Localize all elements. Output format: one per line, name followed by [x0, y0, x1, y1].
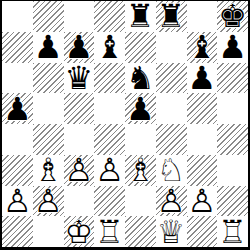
square-h6[interactable]: [217, 63, 248, 94]
square-c5[interactable]: [64, 93, 95, 124]
black-king-piece: ♚: [217, 1, 248, 32]
square-e1[interactable]: [125, 216, 156, 247]
square-b1[interactable]: [33, 216, 64, 247]
chess-board: ♜♜♚♟♟♝♝♟♛♞♟♟♟♝♗♟♙♟♙♝♗♞♘♟♙♟♙♟♙♟♙♚♔♜♖♛♕♜♖: [0, 0, 250, 250]
square-c8[interactable]: [64, 1, 95, 32]
square-d3[interactable]: ♟♙: [94, 155, 125, 186]
black-pawn-piece: ♟: [217, 32, 248, 63]
black-pawn-piece: ♟: [125, 93, 156, 124]
square-b4[interactable]: [33, 124, 64, 155]
square-b7[interactable]: ♟: [33, 32, 64, 63]
square-h3[interactable]: [217, 155, 248, 186]
square-f1[interactable]: ♛♕: [156, 216, 187, 247]
white-knight-piece: ♞♘: [156, 155, 187, 186]
square-e8[interactable]: ♜: [125, 1, 156, 32]
square-a3[interactable]: [2, 155, 33, 186]
square-e3[interactable]: ♝♗: [125, 155, 156, 186]
square-f7[interactable]: [156, 32, 187, 63]
square-b8[interactable]: [33, 1, 64, 32]
square-h8[interactable]: ♚: [217, 1, 248, 32]
square-c1[interactable]: ♚♔: [64, 216, 95, 247]
square-h5[interactable]: [217, 93, 248, 124]
square-c4[interactable]: [64, 124, 95, 155]
square-g1[interactable]: [187, 216, 218, 247]
square-b5[interactable]: [33, 93, 64, 124]
square-f4[interactable]: [156, 124, 187, 155]
square-h4[interactable]: [217, 124, 248, 155]
square-d4[interactable]: [94, 124, 125, 155]
black-pawn-piece: ♟: [64, 32, 95, 63]
square-c6[interactable]: ♛: [64, 63, 95, 94]
black-knight-piece: ♞: [125, 63, 156, 94]
white-pawn-piece: ♟♙: [64, 155, 95, 186]
black-queen-piece: ♛: [64, 63, 95, 94]
square-c3[interactable]: ♟♙: [64, 155, 95, 186]
white-queen-piece: ♛♕: [156, 216, 187, 247]
white-pawn-piece: ♟♙: [2, 186, 33, 217]
square-a6[interactable]: [2, 63, 33, 94]
square-g4[interactable]: [187, 124, 218, 155]
square-d2[interactable]: [94, 186, 125, 217]
black-rook-piece: ♜: [156, 1, 187, 32]
square-a7[interactable]: [2, 32, 33, 63]
square-g2[interactable]: ♟♙: [187, 186, 218, 217]
square-a2[interactable]: ♟♙: [2, 186, 33, 217]
square-h2[interactable]: [217, 186, 248, 217]
square-e4[interactable]: [125, 124, 156, 155]
square-a8[interactable]: [2, 1, 33, 32]
white-pawn-piece: ♟♙: [187, 186, 218, 217]
square-e7[interactable]: [125, 32, 156, 63]
square-f2[interactable]: ♟♙: [156, 186, 187, 217]
black-bishop-piece: ♝: [94, 32, 125, 63]
black-pawn-piece: ♟: [187, 63, 218, 94]
square-e5[interactable]: ♟: [125, 93, 156, 124]
square-c2[interactable]: [64, 186, 95, 217]
white-rook-piece: ♜♖: [217, 216, 248, 247]
square-f5[interactable]: [156, 93, 187, 124]
white-bishop-piece: ♝♗: [125, 155, 156, 186]
square-f3[interactable]: ♞♘: [156, 155, 187, 186]
square-g5[interactable]: [187, 93, 218, 124]
square-c7[interactable]: ♟: [64, 32, 95, 63]
white-pawn-piece: ♟♙: [156, 186, 187, 217]
square-f8[interactable]: ♜: [156, 1, 187, 32]
square-h7[interactable]: ♟: [217, 32, 248, 63]
square-d8[interactable]: [94, 1, 125, 32]
square-b6[interactable]: [33, 63, 64, 94]
white-bishop-piece: ♝♗: [33, 155, 64, 186]
square-d5[interactable]: [94, 93, 125, 124]
square-g7[interactable]: ♝: [187, 32, 218, 63]
square-d7[interactable]: ♝: [94, 32, 125, 63]
square-g8[interactable]: [187, 1, 218, 32]
square-f6[interactable]: [156, 63, 187, 94]
square-a4[interactable]: [2, 124, 33, 155]
black-bishop-piece: ♝: [187, 32, 218, 63]
white-king-piece: ♚♔: [64, 216, 95, 247]
square-e6[interactable]: ♞: [125, 63, 156, 94]
white-pawn-piece: ♟♙: [94, 155, 125, 186]
square-a1[interactable]: [2, 216, 33, 247]
square-b2[interactable]: ♟♙: [33, 186, 64, 217]
square-d6[interactable]: [94, 63, 125, 94]
square-b3[interactable]: ♝♗: [33, 155, 64, 186]
white-pawn-piece: ♟♙: [33, 186, 64, 217]
square-g3[interactable]: [187, 155, 218, 186]
square-e2[interactable]: [125, 186, 156, 217]
square-d1[interactable]: ♜♖: [94, 216, 125, 247]
black-pawn-piece: ♟: [33, 32, 64, 63]
black-pawn-piece: ♟: [2, 93, 33, 124]
black-rook-piece: ♜: [125, 1, 156, 32]
white-rook-piece: ♜♖: [94, 216, 125, 247]
square-a5[interactable]: ♟: [2, 93, 33, 124]
square-g6[interactable]: ♟: [187, 63, 218, 94]
square-h1[interactable]: ♜♖: [217, 216, 248, 247]
